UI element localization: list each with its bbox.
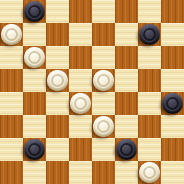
square-h7 bbox=[161, 23, 184, 46]
black-man[interactable] bbox=[116, 139, 137, 160]
square-a7[interactable] bbox=[0, 23, 23, 46]
white-man[interactable] bbox=[93, 116, 114, 137]
square-c4 bbox=[46, 92, 69, 115]
square-b8[interactable] bbox=[23, 0, 46, 23]
square-b4[interactable] bbox=[23, 92, 46, 115]
square-b6[interactable] bbox=[23, 46, 46, 69]
square-d4[interactable] bbox=[69, 92, 92, 115]
square-c1[interactable] bbox=[46, 161, 69, 184]
square-d2[interactable] bbox=[69, 138, 92, 161]
square-h3 bbox=[161, 115, 184, 138]
white-man[interactable] bbox=[139, 162, 160, 183]
square-f6[interactable] bbox=[115, 46, 138, 69]
square-a2 bbox=[0, 138, 23, 161]
square-e5[interactable] bbox=[92, 69, 115, 92]
square-e1[interactable] bbox=[92, 161, 115, 184]
square-c2 bbox=[46, 138, 69, 161]
square-a1[interactable] bbox=[0, 161, 23, 184]
black-man[interactable] bbox=[24, 139, 45, 160]
square-c8 bbox=[46, 0, 69, 23]
square-h4[interactable] bbox=[161, 92, 184, 115]
square-g1[interactable] bbox=[138, 161, 161, 184]
square-e2 bbox=[92, 138, 115, 161]
square-g2 bbox=[138, 138, 161, 161]
square-f1 bbox=[115, 161, 138, 184]
square-g8 bbox=[138, 0, 161, 23]
square-c6 bbox=[46, 46, 69, 69]
square-f2[interactable] bbox=[115, 138, 138, 161]
square-e3[interactable] bbox=[92, 115, 115, 138]
square-a4 bbox=[0, 92, 23, 115]
black-man[interactable] bbox=[139, 24, 160, 45]
square-g6 bbox=[138, 46, 161, 69]
square-h6[interactable] bbox=[161, 46, 184, 69]
square-a8 bbox=[0, 0, 23, 23]
black-man[interactable] bbox=[162, 93, 183, 114]
square-e8 bbox=[92, 0, 115, 23]
square-c3[interactable] bbox=[46, 115, 69, 138]
square-f3 bbox=[115, 115, 138, 138]
square-d5 bbox=[69, 69, 92, 92]
square-h2[interactable] bbox=[161, 138, 184, 161]
square-a6 bbox=[0, 46, 23, 69]
checkers-board bbox=[0, 0, 184, 184]
square-g3[interactable] bbox=[138, 115, 161, 138]
square-g7[interactable] bbox=[138, 23, 161, 46]
square-h8[interactable] bbox=[161, 0, 184, 23]
square-b2[interactable] bbox=[23, 138, 46, 161]
square-b1 bbox=[23, 161, 46, 184]
square-d7 bbox=[69, 23, 92, 46]
square-a3[interactable] bbox=[0, 115, 23, 138]
square-h1 bbox=[161, 161, 184, 184]
square-f7 bbox=[115, 23, 138, 46]
square-f8[interactable] bbox=[115, 0, 138, 23]
square-b7 bbox=[23, 23, 46, 46]
square-f4[interactable] bbox=[115, 92, 138, 115]
square-e4 bbox=[92, 92, 115, 115]
square-e7[interactable] bbox=[92, 23, 115, 46]
square-d3 bbox=[69, 115, 92, 138]
square-c7[interactable] bbox=[46, 23, 69, 46]
black-man[interactable] bbox=[24, 1, 45, 22]
square-h5 bbox=[161, 69, 184, 92]
square-b3 bbox=[23, 115, 46, 138]
square-f5 bbox=[115, 69, 138, 92]
white-man[interactable] bbox=[70, 93, 91, 114]
square-g4 bbox=[138, 92, 161, 115]
square-d8[interactable] bbox=[69, 0, 92, 23]
white-man[interactable] bbox=[93, 70, 114, 91]
white-man[interactable] bbox=[47, 70, 68, 91]
square-e6 bbox=[92, 46, 115, 69]
square-c5[interactable] bbox=[46, 69, 69, 92]
square-d1 bbox=[69, 161, 92, 184]
square-b5 bbox=[23, 69, 46, 92]
square-d6[interactable] bbox=[69, 46, 92, 69]
square-g5[interactable] bbox=[138, 69, 161, 92]
square-a5[interactable] bbox=[0, 69, 23, 92]
white-man[interactable] bbox=[1, 24, 22, 45]
white-man[interactable] bbox=[24, 47, 45, 68]
